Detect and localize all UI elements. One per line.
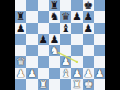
piece-white-pawn: ♟	[27, 68, 36, 79]
square-a7: ♜	[15, 11, 26, 22]
square-g3	[83, 56, 94, 67]
piece-white-pawn: ♟	[83, 68, 92, 79]
square-f4	[71, 45, 82, 56]
square-h8	[94, 0, 105, 11]
piece-black-pawn: ♟	[16, 23, 25, 34]
square-g8: ♚	[83, 0, 94, 11]
square-c8	[38, 0, 49, 11]
square-e8	[60, 0, 71, 11]
square-h5	[94, 34, 105, 45]
square-e1	[60, 79, 71, 90]
square-g4	[83, 45, 94, 56]
piece-black-pawn: ♟	[38, 34, 47, 45]
square-b1	[26, 79, 37, 90]
square-a5	[15, 34, 26, 45]
square-h2: ♟	[94, 68, 105, 79]
square-b2: ♟	[26, 68, 37, 79]
square-d7: ♞	[49, 11, 60, 22]
piece-black-pawn: ♟	[83, 23, 92, 34]
square-c6	[38, 23, 49, 34]
square-c7	[38, 11, 49, 22]
square-g1: ♚	[83, 79, 94, 90]
piece-white-rook: ♜	[38, 79, 47, 90]
square-b3	[26, 56, 37, 67]
piece-white-queen: ♛	[16, 56, 25, 67]
piece-black-knight: ♞	[50, 11, 59, 22]
piece-black-pawn: ♟	[50, 34, 59, 45]
square-c2	[38, 68, 49, 79]
square-f1: ♜	[71, 79, 82, 90]
square-h1	[94, 79, 105, 90]
piece-white-pawn: ♟	[95, 68, 104, 79]
square-f7: ♟	[71, 11, 82, 22]
square-f8	[71, 0, 82, 11]
square-d1	[49, 79, 60, 90]
square-a6: ♟	[15, 23, 26, 34]
square-b7	[26, 11, 37, 22]
square-b6	[26, 23, 37, 34]
square-c5: ♟	[38, 34, 49, 45]
square-g5	[83, 34, 94, 45]
square-g7: ♟	[83, 11, 94, 22]
chess-board: ♜♚♜♞♛♟♟♟♝♟♟♟♞♛♟♟♟♝♟♟♟♜♜♚	[15, 0, 105, 90]
piece-white-pawn: ♟	[61, 56, 70, 67]
piece-white-pawn: ♟	[72, 68, 81, 79]
square-e5	[60, 34, 71, 45]
piece-black-queen: ♛	[61, 11, 70, 22]
square-e3: ♟	[60, 56, 71, 67]
piece-black-pawn: ♟	[83, 11, 92, 22]
square-g2: ♟	[83, 68, 94, 79]
square-h3	[94, 56, 105, 67]
square-f6	[71, 23, 82, 34]
piece-white-knight: ♞	[50, 45, 59, 56]
piece-black-king: ♚	[83, 0, 92, 11]
square-b8	[26, 0, 37, 11]
square-f3	[71, 56, 82, 67]
piece-black-bishop: ♝	[61, 23, 70, 34]
square-e6: ♝	[60, 23, 71, 34]
square-d5: ♟	[49, 34, 60, 45]
square-e4	[60, 45, 71, 56]
square-f5	[71, 34, 82, 45]
square-d6	[49, 23, 60, 34]
piece-black-pawn: ♟	[72, 11, 81, 22]
square-a3: ♛	[15, 56, 26, 67]
piece-white-bishop: ♝	[61, 68, 70, 79]
square-a8	[15, 0, 26, 11]
square-b5	[26, 34, 37, 45]
square-e7: ♛	[60, 11, 71, 22]
square-c1: ♜	[38, 79, 49, 90]
square-e2: ♝	[60, 68, 71, 79]
square-d8: ♜	[49, 0, 60, 11]
square-c4	[38, 45, 49, 56]
piece-black-rook: ♜	[16, 11, 25, 22]
square-a2: ♟	[15, 68, 26, 79]
video-frame: ♜♚♜♞♛♟♟♟♝♟♟♟♞♛♟♟♟♝♟♟♟♜♜♚	[0, 0, 120, 90]
square-a1	[15, 79, 26, 90]
piece-white-pawn: ♟	[16, 68, 25, 79]
square-c3	[38, 56, 49, 67]
piece-black-rook: ♜	[50, 0, 59, 11]
square-d2	[49, 68, 60, 79]
piece-white-rook: ♜	[72, 79, 81, 90]
square-h4	[94, 45, 105, 56]
square-d3	[49, 56, 60, 67]
square-a4	[15, 45, 26, 56]
square-g6: ♟	[83, 23, 94, 34]
square-h7	[94, 11, 105, 22]
square-h6	[94, 23, 105, 34]
square-d4: ♞	[49, 45, 60, 56]
piece-white-king: ♚	[83, 79, 92, 90]
square-f2: ♟	[71, 68, 82, 79]
square-b4	[26, 45, 37, 56]
